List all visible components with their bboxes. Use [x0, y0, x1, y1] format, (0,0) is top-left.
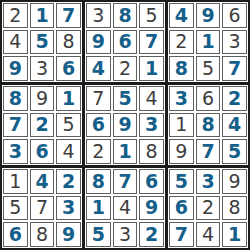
sudoku-cell-r2c1[interactable]: 4 — [3, 30, 28, 55]
sudoku-cell-r5c3[interactable]: 5 — [56, 113, 81, 138]
sudoku-cell-r7c3[interactable]: 2 — [56, 169, 81, 194]
sudoku-cell-r7c7[interactable]: 5 — [169, 169, 194, 194]
sudoku-block-9: 539628741 — [168, 168, 248, 248]
sudoku-cell-r3c8[interactable]: 5 — [196, 56, 221, 81]
sudoku-cell-r3c4[interactable]: 4 — [86, 56, 111, 81]
sudoku-cell-r4c7[interactable]: 3 — [169, 86, 194, 111]
sudoku-cell-r1c6[interactable]: 5 — [139, 3, 164, 28]
sudoku-cell-r8c2[interactable]: 7 — [30, 196, 55, 221]
sudoku-block-7: 142573689 — [2, 168, 82, 248]
sudoku-cell-r5c1[interactable]: 7 — [3, 113, 28, 138]
sudoku-cell-r8c4[interactable]: 1 — [86, 196, 111, 221]
sudoku-cell-r7c9[interactable]: 9 — [222, 169, 247, 194]
sudoku-cell-r5c7[interactable]: 1 — [169, 113, 194, 138]
sudoku-cell-r5c4[interactable]: 6 — [86, 113, 111, 138]
sudoku-cell-r3c7[interactable]: 8 — [169, 56, 194, 81]
sudoku-cell-r7c1[interactable]: 1 — [3, 169, 28, 194]
sudoku-cell-r2c8[interactable]: 1 — [196, 30, 221, 55]
sudoku-block-1: 217458936 — [2, 2, 82, 82]
sudoku-cell-r4c8[interactable]: 6 — [196, 86, 221, 111]
sudoku-cell-r1c1[interactable]: 2 — [3, 3, 28, 28]
sudoku-cell-r4c5[interactable]: 5 — [113, 86, 138, 111]
sudoku-cell-r9c6[interactable]: 2 — [139, 222, 164, 247]
sudoku-cell-r4c1[interactable]: 8 — [3, 86, 28, 111]
sudoku-cell-r4c3[interactable]: 1 — [56, 86, 81, 111]
sudoku-cell-r9c1[interactable]: 6 — [3, 222, 28, 247]
sudoku-cell-r2c7[interactable]: 2 — [169, 30, 194, 55]
sudoku-cell-r1c9[interactable]: 6 — [222, 3, 247, 28]
sudoku-cell-r9c7[interactable]: 7 — [169, 222, 194, 247]
sudoku-cell-r1c3[interactable]: 7 — [56, 3, 81, 28]
sudoku-cell-r4c2[interactable]: 9 — [30, 86, 55, 111]
sudoku-cell-r3c9[interactable]: 7 — [222, 56, 247, 81]
sudoku-cell-r8c6[interactable]: 9 — [139, 196, 164, 221]
sudoku-cell-r9c8[interactable]: 4 — [196, 222, 221, 247]
sudoku-cell-r7c4[interactable]: 8 — [86, 169, 111, 194]
sudoku-cell-r2c2[interactable]: 5 — [30, 30, 55, 55]
sudoku-cell-r5c6[interactable]: 3 — [139, 113, 164, 138]
sudoku-cell-r3c1[interactable]: 9 — [3, 56, 28, 81]
sudoku-cell-r9c2[interactable]: 8 — [30, 222, 55, 247]
sudoku-cell-r4c4[interactable]: 7 — [86, 86, 111, 111]
sudoku-cell-r6c5[interactable]: 1 — [113, 139, 138, 164]
sudoku-cell-r2c6[interactable]: 7 — [139, 30, 164, 55]
sudoku-block-3: 496213857 — [168, 2, 248, 82]
sudoku-cell-r6c4[interactable]: 2 — [86, 139, 111, 164]
sudoku-cell-r1c2[interactable]: 1 — [30, 3, 55, 28]
sudoku-cell-r2c5[interactable]: 6 — [113, 30, 138, 55]
sudoku-cell-r6c8[interactable]: 7 — [196, 139, 221, 164]
sudoku-cell-r8c3[interactable]: 3 — [56, 196, 81, 221]
sudoku-block-8: 876149532 — [85, 168, 165, 248]
sudoku-cell-r4c6[interactable]: 4 — [139, 86, 164, 111]
sudoku-block-2: 385967421 — [85, 2, 165, 82]
sudoku-cell-r1c5[interactable]: 8 — [113, 3, 138, 28]
sudoku-cell-r2c9[interactable]: 3 — [222, 30, 247, 55]
sudoku-cell-r6c7[interactable]: 9 — [169, 139, 194, 164]
sudoku-block-6: 362184975 — [168, 85, 248, 165]
sudoku-cell-r7c2[interactable]: 4 — [30, 169, 55, 194]
sudoku-cell-r5c9[interactable]: 4 — [222, 113, 247, 138]
sudoku-cell-r3c6[interactable]: 1 — [139, 56, 164, 81]
sudoku-cell-r9c4[interactable]: 5 — [86, 222, 111, 247]
sudoku-cell-r1c4[interactable]: 3 — [86, 3, 111, 28]
sudoku-block-5: 754693218 — [85, 85, 165, 165]
sudoku-cell-r5c2[interactable]: 2 — [30, 113, 55, 138]
sudoku-cell-r7c6[interactable]: 6 — [139, 169, 164, 194]
sudoku-cell-r9c5[interactable]: 3 — [113, 222, 138, 247]
sudoku-cell-r6c9[interactable]: 5 — [222, 139, 247, 164]
sudoku-cell-r3c3[interactable]: 6 — [56, 56, 81, 81]
sudoku-cell-r9c9[interactable]: 1 — [222, 222, 247, 247]
sudoku-cell-r1c7[interactable]: 4 — [169, 3, 194, 28]
sudoku-cell-r2c4[interactable]: 9 — [86, 30, 111, 55]
sudoku-board: 2174589363859674214962138578917253647546… — [0, 0, 250, 250]
sudoku-cell-r8c8[interactable]: 2 — [196, 196, 221, 221]
sudoku-cell-r8c5[interactable]: 4 — [113, 196, 138, 221]
sudoku-cell-r2c3[interactable]: 8 — [56, 30, 81, 55]
sudoku-cell-r7c5[interactable]: 7 — [113, 169, 138, 194]
sudoku-cell-r9c3[interactable]: 9 — [56, 222, 81, 247]
sudoku-cell-r5c5[interactable]: 9 — [113, 113, 138, 138]
sudoku-cell-r8c7[interactable]: 6 — [169, 196, 194, 221]
sudoku-cell-r6c6[interactable]: 8 — [139, 139, 164, 164]
sudoku-cell-r6c1[interactable]: 3 — [3, 139, 28, 164]
sudoku-block-4: 891725364 — [2, 85, 82, 165]
sudoku-cell-r3c5[interactable]: 2 — [113, 56, 138, 81]
sudoku-cell-r5c8[interactable]: 8 — [196, 113, 221, 138]
sudoku-cell-r8c9[interactable]: 8 — [222, 196, 247, 221]
sudoku-cell-r4c9[interactable]: 2 — [222, 86, 247, 111]
sudoku-cell-r6c2[interactable]: 6 — [30, 139, 55, 164]
sudoku-cell-r1c8[interactable]: 9 — [196, 3, 221, 28]
sudoku-cell-r7c8[interactable]: 3 — [196, 169, 221, 194]
sudoku-cell-r6c3[interactable]: 4 — [56, 139, 81, 164]
sudoku-cell-r8c1[interactable]: 5 — [3, 196, 28, 221]
sudoku-cell-r3c2[interactable]: 3 — [30, 56, 55, 81]
